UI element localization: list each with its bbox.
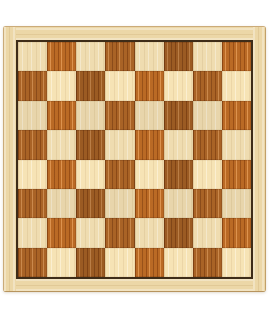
chess-board <box>3 26 266 292</box>
square-h8[interactable] <box>222 42 251 71</box>
square-a5[interactable] <box>18 130 47 159</box>
square-b3[interactable] <box>47 189 76 218</box>
square-c8[interactable] <box>76 42 105 71</box>
square-g2[interactable] <box>193 218 222 247</box>
square-g6[interactable] <box>193 101 222 130</box>
board-frame-top <box>4 27 265 40</box>
square-d3[interactable] <box>105 189 134 218</box>
square-c2[interactable] <box>76 218 105 247</box>
square-e6[interactable] <box>135 101 164 130</box>
square-f6[interactable] <box>164 101 193 130</box>
square-d8[interactable] <box>105 42 134 71</box>
photo-background <box>0 0 270 320</box>
square-d1[interactable] <box>105 248 134 277</box>
square-e5[interactable] <box>135 130 164 159</box>
square-g1[interactable] <box>193 248 222 277</box>
square-h5[interactable] <box>222 130 251 159</box>
square-a8[interactable] <box>18 42 47 71</box>
square-a3[interactable] <box>18 189 47 218</box>
square-d7[interactable] <box>105 71 134 100</box>
square-h3[interactable] <box>222 189 251 218</box>
square-e3[interactable] <box>135 189 164 218</box>
square-f4[interactable] <box>164 160 193 189</box>
square-d5[interactable] <box>105 130 134 159</box>
square-g7[interactable] <box>193 71 222 100</box>
square-g8[interactable] <box>193 42 222 71</box>
square-b8[interactable] <box>47 42 76 71</box>
square-a1[interactable] <box>18 248 47 277</box>
square-b7[interactable] <box>47 71 76 100</box>
square-h6[interactable] <box>222 101 251 130</box>
square-b4[interactable] <box>47 160 76 189</box>
square-h2[interactable] <box>222 218 251 247</box>
board-frame-bottom <box>4 279 265 291</box>
square-c7[interactable] <box>76 71 105 100</box>
square-e7[interactable] <box>135 71 164 100</box>
square-c3[interactable] <box>76 189 105 218</box>
board-frame-left <box>4 27 16 291</box>
square-f3[interactable] <box>164 189 193 218</box>
square-b2[interactable] <box>47 218 76 247</box>
square-a2[interactable] <box>18 218 47 247</box>
square-e4[interactable] <box>135 160 164 189</box>
square-g4[interactable] <box>193 160 222 189</box>
square-b5[interactable] <box>47 130 76 159</box>
square-c4[interactable] <box>76 160 105 189</box>
square-e8[interactable] <box>135 42 164 71</box>
board-grid <box>16 40 253 279</box>
square-a7[interactable] <box>18 71 47 100</box>
square-d6[interactable] <box>105 101 134 130</box>
square-a4[interactable] <box>18 160 47 189</box>
square-f5[interactable] <box>164 130 193 159</box>
square-h1[interactable] <box>222 248 251 277</box>
square-f1[interactable] <box>164 248 193 277</box>
square-f2[interactable] <box>164 218 193 247</box>
square-e2[interactable] <box>135 218 164 247</box>
square-c6[interactable] <box>76 101 105 130</box>
square-h4[interactable] <box>222 160 251 189</box>
square-b1[interactable] <box>47 248 76 277</box>
board-frame-right <box>253 27 265 291</box>
square-f7[interactable] <box>164 71 193 100</box>
square-c5[interactable] <box>76 130 105 159</box>
square-d4[interactable] <box>105 160 134 189</box>
square-a6[interactable] <box>18 101 47 130</box>
square-f8[interactable] <box>164 42 193 71</box>
square-c1[interactable] <box>76 248 105 277</box>
square-g5[interactable] <box>193 130 222 159</box>
square-b6[interactable] <box>47 101 76 130</box>
square-h7[interactable] <box>222 71 251 100</box>
square-d2[interactable] <box>105 218 134 247</box>
square-e1[interactable] <box>135 248 164 277</box>
square-g3[interactable] <box>193 189 222 218</box>
